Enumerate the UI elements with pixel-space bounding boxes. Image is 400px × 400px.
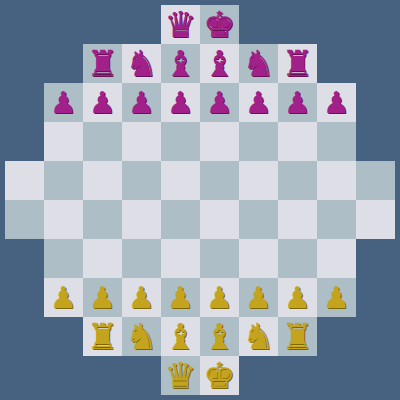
piece-pawn-gold[interactable]: ♟	[50, 278, 77, 317]
board-void	[5, 317, 44, 356]
piece-pawn-magenta[interactable]: ♟	[50, 83, 77, 122]
piece-rook-magenta[interactable]: ♜	[281, 44, 313, 83]
board-cell-r2c3[interactable]: ♟	[122, 83, 161, 122]
piece-knight-gold[interactable]: ♞	[125, 317, 157, 356]
board-cell-r6c6[interactable]	[239, 239, 278, 278]
board-cell-r7c7[interactable]: ♟	[278, 278, 317, 317]
board-cell-r5c1[interactable]	[44, 200, 83, 239]
board-void	[5, 83, 44, 122]
board-void	[5, 278, 44, 317]
board-void	[317, 356, 356, 395]
board-cell-r3c7[interactable]	[278, 122, 317, 161]
board-cell-r6c4[interactable]	[161, 239, 200, 278]
board-void	[356, 83, 395, 122]
board-void	[356, 122, 395, 161]
piece-bishop-gold[interactable]: ♝	[203, 317, 235, 356]
board-cell-r0c4[interactable]: ♛	[161, 5, 200, 44]
board-cell-r8c4[interactable]: ♝	[161, 317, 200, 356]
board-void	[239, 5, 278, 44]
board-void	[317, 44, 356, 83]
board-void	[5, 5, 44, 44]
board-void	[44, 5, 83, 44]
board-void	[356, 5, 395, 44]
piece-queen-magenta[interactable]: ♛	[164, 5, 196, 44]
board-cell-r1c6[interactable]: ♞	[239, 44, 278, 83]
board-void	[356, 239, 395, 278]
board-cell-r8c2[interactable]: ♜	[83, 317, 122, 356]
piece-queen-gold[interactable]: ♛	[164, 356, 196, 395]
board-cell-r5c9[interactable]	[356, 200, 395, 239]
board-cell-r2c1[interactable]: ♟	[44, 83, 83, 122]
piece-knight-magenta[interactable]: ♞	[125, 44, 157, 83]
board-void	[278, 5, 317, 44]
board-cell-r3c5[interactable]	[200, 122, 239, 161]
board-cell-r2c5[interactable]: ♟	[200, 83, 239, 122]
piece-bishop-gold[interactable]: ♝	[164, 317, 196, 356]
board-cell-r6c1[interactable]	[44, 239, 83, 278]
piece-pawn-magenta[interactable]: ♟	[323, 83, 350, 122]
board-cell-r4c8[interactable]	[317, 161, 356, 200]
piece-rook-magenta[interactable]: ♜	[86, 44, 118, 83]
board-cell-r6c2[interactable]	[83, 239, 122, 278]
board-cell-r6c7[interactable]	[278, 239, 317, 278]
board-cell-r5c0[interactable]	[5, 200, 44, 239]
piece-pawn-gold[interactable]: ♟	[89, 278, 116, 317]
board-cell-r7c3[interactable]: ♟	[122, 278, 161, 317]
piece-pawn-gold[interactable]: ♟	[323, 278, 350, 317]
board-cell-r4c5[interactable]	[200, 161, 239, 200]
board-cell-r7c1[interactable]: ♟	[44, 278, 83, 317]
board-void	[122, 356, 161, 395]
board-cell-r4c4[interactable]	[161, 161, 200, 200]
board-void	[317, 5, 356, 44]
piece-knight-magenta[interactable]: ♞	[242, 44, 274, 83]
board-cell-r1c4[interactable]: ♝	[161, 44, 200, 83]
board-cell-r4c3[interactable]	[122, 161, 161, 200]
chess-board: ♛♚♜♞♝♝♞♜♟♟♟♟♟♟♟♟♟♟♟♟♟♟♟♟♜♞♝♝♞♜♛♚	[5, 5, 395, 395]
board-void	[83, 5, 122, 44]
board-cell-r6c3[interactable]	[122, 239, 161, 278]
board-void	[83, 356, 122, 395]
piece-rook-gold[interactable]: ♜	[86, 317, 118, 356]
board-void	[356, 278, 395, 317]
board-cell-r1c7[interactable]: ♜	[278, 44, 317, 83]
board-void	[44, 356, 83, 395]
piece-bishop-magenta[interactable]: ♝	[164, 44, 196, 83]
board-cell-r7c4[interactable]: ♟	[161, 278, 200, 317]
board-cell-r7c6[interactable]: ♟	[239, 278, 278, 317]
board-cell-r5c7[interactable]	[278, 200, 317, 239]
board-cell-r1c5[interactable]: ♝	[200, 44, 239, 83]
board-cell-r4c9[interactable]	[356, 161, 395, 200]
board-cell-r3c4[interactable]	[161, 122, 200, 161]
board-void	[278, 356, 317, 395]
board-cell-r6c5[interactable]	[200, 239, 239, 278]
piece-knight-gold[interactable]: ♞	[242, 317, 274, 356]
board-cell-r3c1[interactable]	[44, 122, 83, 161]
board-cell-r3c6[interactable]	[239, 122, 278, 161]
piece-pawn-magenta[interactable]: ♟	[206, 83, 233, 122]
board-cell-r5c4[interactable]	[161, 200, 200, 239]
board-void	[5, 239, 44, 278]
board-cell-r9c4[interactable]: ♛	[161, 356, 200, 395]
board-void	[356, 317, 395, 356]
board-cell-r4c2[interactable]	[83, 161, 122, 200]
piece-pawn-magenta[interactable]: ♟	[245, 83, 272, 122]
board-cell-r4c0[interactable]	[5, 161, 44, 200]
board-void	[44, 317, 83, 356]
board-cell-r5c2[interactable]	[83, 200, 122, 239]
piece-pawn-gold[interactable]: ♟	[206, 278, 233, 317]
piece-pawn-gold[interactable]: ♟	[284, 278, 311, 317]
board-cell-r3c2[interactable]	[83, 122, 122, 161]
board-cell-r6c8[interactable]	[317, 239, 356, 278]
piece-pawn-gold[interactable]: ♟	[167, 278, 194, 317]
board-cell-r7c5[interactable]: ♟	[200, 278, 239, 317]
board-cell-r1c3[interactable]: ♞	[122, 44, 161, 83]
board-cell-r5c3[interactable]	[122, 200, 161, 239]
piece-pawn-gold[interactable]: ♟	[128, 278, 155, 317]
board-cell-r2c8[interactable]: ♟	[317, 83, 356, 122]
board-cell-r5c8[interactable]	[317, 200, 356, 239]
piece-pawn-magenta[interactable]: ♟	[284, 83, 311, 122]
piece-pawn-gold[interactable]: ♟	[245, 278, 272, 317]
board-cell-r4c6[interactable]	[239, 161, 278, 200]
piece-pawn-magenta[interactable]: ♟	[128, 83, 155, 122]
piece-king-magenta[interactable]: ♚	[203, 5, 235, 44]
board-void	[5, 122, 44, 161]
piece-bishop-magenta[interactable]: ♝	[203, 44, 235, 83]
board-cell-r2c4[interactable]: ♟	[161, 83, 200, 122]
board-cell-r5c6[interactable]	[239, 200, 278, 239]
board-void	[356, 356, 395, 395]
board-cell-r5c5[interactable]	[200, 200, 239, 239]
board-cell-r7c8[interactable]: ♟	[317, 278, 356, 317]
board-void	[44, 44, 83, 83]
board-cell-r1c2[interactable]: ♜	[83, 44, 122, 83]
board-cell-r2c7[interactable]: ♟	[278, 83, 317, 122]
board-cell-r2c6[interactable]: ♟	[239, 83, 278, 122]
board-cell-r4c7[interactable]	[278, 161, 317, 200]
board-void	[317, 317, 356, 356]
board-void	[122, 5, 161, 44]
board-void	[5, 356, 44, 395]
piece-pawn-magenta[interactable]: ♟	[89, 83, 116, 122]
board-void	[5, 44, 44, 83]
piece-rook-gold[interactable]: ♜	[281, 317, 313, 356]
board-cell-r9c5[interactable]: ♚	[200, 356, 239, 395]
board-void	[356, 44, 395, 83]
board-cell-r7c2[interactable]: ♟	[83, 278, 122, 317]
board-cell-r2c2[interactable]: ♟	[83, 83, 122, 122]
piece-king-gold[interactable]: ♚	[203, 356, 235, 395]
board-cell-r0c5[interactable]: ♚	[200, 5, 239, 44]
board-cell-r4c1[interactable]	[44, 161, 83, 200]
board-cell-r3c8[interactable]	[317, 122, 356, 161]
board-cell-r8c7[interactable]: ♜	[278, 317, 317, 356]
board-cell-r3c3[interactable]	[122, 122, 161, 161]
piece-pawn-magenta[interactable]: ♟	[167, 83, 194, 122]
board-void	[239, 356, 278, 395]
board-cell-r8c6[interactable]: ♞	[239, 317, 278, 356]
board-cell-r8c5[interactable]: ♝	[200, 317, 239, 356]
board-cell-r8c3[interactable]: ♞	[122, 317, 161, 356]
